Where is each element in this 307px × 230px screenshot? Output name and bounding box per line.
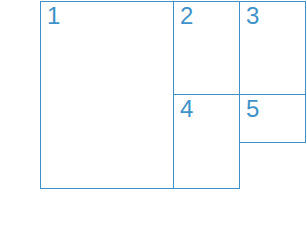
panel-4-label: 4: [180, 97, 193, 121]
panel-1: 1: [40, 1, 174, 189]
panel-2: 2: [173, 1, 240, 95]
panel-layout-diagram: 1 2 3 4 5: [0, 0, 307, 230]
panel-3-label: 3: [246, 4, 259, 28]
panel-4: 4: [173, 94, 240, 189]
panel-5-label: 5: [246, 97, 259, 121]
panel-1-label: 1: [47, 4, 60, 28]
panel-5: 5: [239, 94, 306, 143]
panel-2-label: 2: [180, 4, 193, 28]
panel-3: 3: [239, 1, 306, 95]
